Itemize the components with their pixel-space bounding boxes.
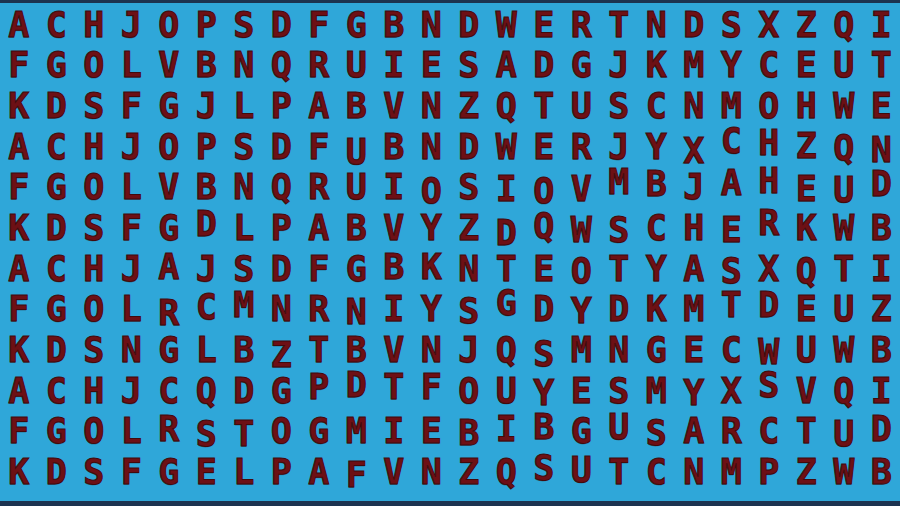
grid-cell[interactable]: A [300, 452, 338, 493]
grid-cell[interactable]: J [113, 371, 151, 412]
grid-cell[interactable]: G [150, 452, 188, 493]
grid-cell[interactable]: G [488, 284, 526, 325]
grid-cell[interactable]: N [225, 168, 263, 209]
grid-cell[interactable]: W [825, 86, 863, 127]
grid-cell[interactable]: C [38, 249, 76, 290]
grid-cell[interactable]: F [338, 455, 376, 496]
word-search-grid: ACHJOPSDFGBNDWERTNDSXZQIFGOLVBNQRUIESADG… [0, 0, 900, 506]
grid-cell[interactable]: F [113, 86, 151, 127]
grid-cell[interactable]: B [338, 86, 376, 127]
grid-cell[interactable]: S [75, 86, 113, 127]
grid-cell[interactable]: P [263, 452, 301, 493]
grid-cell[interactable]: T [525, 86, 563, 127]
grid-cell[interactable]: S [750, 365, 788, 406]
grid-cell[interactable]: F [300, 5, 338, 46]
grid-cell[interactable]: Y [638, 249, 676, 290]
grid-cell[interactable]: V [788, 371, 826, 412]
grid-cell[interactable]: M [675, 290, 713, 331]
grid-cell[interactable]: S [713, 5, 751, 46]
grid-cell[interactable]: G [150, 330, 188, 371]
grid-cell[interactable]: T [375, 367, 413, 408]
grid-cell[interactable]: U [600, 408, 638, 449]
grid-cell[interactable]: G [338, 249, 376, 290]
grid-cell[interactable]: N [338, 293, 376, 334]
grid-cell[interactable]: K [0, 86, 38, 127]
grid-cell[interactable]: V [375, 208, 413, 249]
grid-cell[interactable]: L [113, 46, 151, 87]
grid-cell[interactable]: V [375, 86, 413, 127]
grid-cell[interactable]: B [863, 330, 900, 371]
grid-cell[interactable]: M [675, 46, 713, 87]
grid-cell[interactable]: T [600, 452, 638, 493]
grid-cell[interactable]: S [225, 127, 263, 168]
grid-cell[interactable]: H [75, 127, 113, 168]
grid-cell[interactable]: F [0, 168, 38, 209]
grid-cell[interactable]: D [225, 371, 263, 412]
grid-cell[interactable]: Q [488, 452, 526, 493]
grid-cell[interactable]: D [263, 249, 301, 290]
grid-cell[interactable]: V [150, 168, 188, 209]
grid-cell[interactable]: V [375, 452, 413, 493]
grid-cell[interactable]: U [338, 132, 376, 173]
grid-cell[interactable]: H [75, 249, 113, 290]
grid-cell[interactable]: D [263, 5, 301, 46]
grid-cell[interactable]: E [413, 46, 451, 87]
grid-cell[interactable]: C [638, 86, 676, 127]
grid-cell[interactable]: D [450, 127, 488, 168]
grid-cell[interactable]: C [750, 412, 788, 453]
grid-cell[interactable]: P [188, 127, 226, 168]
grid-cell[interactable]: S [600, 210, 638, 251]
grid-cell[interactable]: D [38, 452, 76, 493]
grid-cell[interactable]: K [413, 247, 451, 288]
grid-cell[interactable]: R [563, 127, 601, 168]
grid-cell[interactable]: O [75, 412, 113, 453]
grid-cell[interactable]: F [413, 367, 451, 408]
grid-cell[interactable]: D [863, 410, 900, 451]
grid-cell[interactable]: Z [788, 452, 826, 493]
grid-cell[interactable]: J [675, 168, 713, 209]
grid-cell[interactable]: Z [788, 126, 826, 167]
grid-cell[interactable]: A [150, 247, 188, 288]
grid-cell[interactable]: N [600, 330, 638, 371]
grid-cell[interactable]: L [113, 290, 151, 331]
grid-cell[interactable]: G [38, 46, 76, 87]
grid-cell[interactable]: B [863, 452, 900, 493]
grid-cell[interactable]: E [713, 210, 751, 251]
grid-cell[interactable]: D [600, 290, 638, 331]
grid-cell[interactable]: I [488, 170, 526, 211]
grid-cell[interactable]: D [188, 204, 226, 245]
grid-cell[interactable]: B [375, 127, 413, 168]
grid-cell[interactable]: R [563, 5, 601, 46]
grid-cell[interactable]: T [825, 249, 863, 290]
grid-cell[interactable]: W [825, 330, 863, 371]
grid-cell[interactable]: S [188, 415, 226, 456]
grid-cell[interactable]: J [188, 86, 226, 127]
grid-cell[interactable]: O [75, 290, 113, 331]
grid-cell[interactable]: D [38, 208, 76, 249]
grid-cell[interactable]: I [375, 46, 413, 87]
grid-cell[interactable]: R [150, 294, 188, 335]
grid-cell[interactable]: U [563, 450, 601, 491]
grid-cell[interactable]: G [263, 371, 301, 412]
grid-cell[interactable]: C [638, 208, 676, 249]
grid-cell[interactable]: F [0, 46, 38, 87]
grid-cell[interactable]: S [225, 249, 263, 290]
grid-cell[interactable]: F [0, 412, 38, 453]
grid-cell[interactable]: E [788, 170, 826, 211]
grid-cell[interactable]: Q [488, 86, 526, 127]
grid-cell[interactable]: A [0, 249, 38, 290]
grid-cell[interactable]: P [300, 367, 338, 408]
grid-cell[interactable]: B [525, 408, 563, 449]
grid-cell[interactable]: K [0, 208, 38, 249]
grid-cell[interactable]: K [788, 208, 826, 249]
grid-cell[interactable]: Y [563, 292, 601, 333]
grid-cell[interactable]: W [825, 208, 863, 249]
grid-cell[interactable]: G [150, 208, 188, 249]
grid-cell[interactable]: D [38, 86, 76, 127]
grid-cell[interactable]: Q [825, 5, 863, 46]
grid-cell[interactable]: D [38, 330, 76, 371]
grid-cell[interactable]: E [525, 249, 563, 290]
grid-cell[interactable]: A [300, 208, 338, 249]
grid-cell[interactable]: T [788, 412, 826, 453]
grid-cell[interactable]: L [113, 168, 151, 209]
grid-cell[interactable]: B [188, 168, 226, 209]
grid-cell[interactable]: Y [675, 373, 713, 414]
grid-cell[interactable]: W [563, 210, 601, 251]
grid-cell[interactable]: U [825, 415, 863, 456]
grid-cell[interactable]: F [113, 208, 151, 249]
grid-cell[interactable]: J [600, 127, 638, 168]
grid-cell[interactable]: O [563, 251, 601, 292]
grid-cell[interactable]: G [38, 168, 76, 209]
grid-cell[interactable]: L [225, 452, 263, 493]
grid-cell[interactable]: W [488, 127, 526, 168]
grid-cell[interactable]: W [825, 452, 863, 493]
grid-cell[interactable]: R [300, 46, 338, 87]
grid-cell[interactable]: S [638, 414, 676, 455]
grid-cell[interactable]: J [113, 249, 151, 290]
grid-cell[interactable]: Y [638, 127, 676, 168]
grid-cell[interactable]: U [825, 46, 863, 87]
grid-cell[interactable]: G [338, 5, 376, 46]
grid-cell[interactable]: H [675, 208, 713, 249]
grid-cell[interactable]: Z [863, 290, 900, 331]
grid-cell[interactable]: X [675, 131, 713, 172]
grid-cell[interactable]: G [638, 330, 676, 371]
grid-cell[interactable]: Q [263, 168, 301, 209]
grid-cell[interactable]: E [675, 330, 713, 371]
grid-cell[interactable]: H [75, 5, 113, 46]
grid-cell[interactable]: S [450, 168, 488, 209]
grid-cell[interactable]: G [563, 46, 601, 87]
grid-cell[interactable]: U [338, 46, 376, 87]
grid-cell[interactable]: C [188, 288, 226, 329]
grid-cell[interactable]: U [788, 330, 826, 371]
grid-cell[interactable]: N [413, 330, 451, 371]
grid-cell[interactable]: U [338, 168, 376, 209]
grid-cell[interactable]: U [563, 86, 601, 127]
grid-cell[interactable]: S [600, 86, 638, 127]
grid-cell[interactable]: P [750, 452, 788, 493]
grid-cell[interactable]: Q [263, 46, 301, 87]
grid-cell[interactable]: L [225, 208, 263, 249]
grid-cell[interactable]: A [713, 164, 751, 205]
top-edge-strip [0, 0, 900, 3]
grid-cell[interactable]: B [375, 247, 413, 288]
grid-cell[interactable]: H [750, 123, 788, 164]
grid-cell[interactable]: L [188, 330, 226, 371]
grid-cell[interactable]: B [225, 330, 263, 371]
grid-cell[interactable]: A [0, 5, 38, 46]
grid-cell[interactable]: X [713, 371, 751, 412]
grid-cell[interactable]: S [75, 330, 113, 371]
grid-cell[interactable]: C [38, 371, 76, 412]
grid-cell[interactable]: G [563, 412, 601, 453]
grid-cell[interactable]: I [488, 410, 526, 451]
grid-cell[interactable]: B [338, 208, 376, 249]
grid-cell[interactable]: X [750, 5, 788, 46]
grid-cell[interactable]: T [863, 46, 900, 87]
grid-cell[interactable]: B [638, 165, 676, 206]
grid-cell[interactable]: I [863, 5, 900, 46]
grid-cell[interactable]: L [113, 412, 151, 453]
grid-cell[interactable]: A [300, 86, 338, 127]
grid-cell[interactable]: I [375, 290, 413, 331]
grid-cell[interactable]: E [525, 127, 563, 168]
grid-cell[interactable]: M [713, 452, 751, 493]
grid-cell[interactable]: H [788, 86, 826, 127]
grid-cell[interactable]: R [750, 203, 788, 244]
grid-cell[interactable]: A [488, 46, 526, 87]
grid-cell[interactable]: T [225, 415, 263, 456]
bottom-edge-strip [0, 501, 900, 506]
grid-cell[interactable]: N [675, 86, 713, 127]
grid-cell[interactable]: O [75, 46, 113, 87]
grid-cell[interactable]: E [525, 5, 563, 46]
grid-cell[interactable]: C [150, 371, 188, 412]
grid-cell[interactable]: I [375, 168, 413, 209]
grid-cell[interactable]: D [525, 290, 563, 331]
puzzle-image: ACHJOPSDFGBNDWERTNDSXZQIFGOLVBNQRUIESADG… [0, 0, 900, 506]
grid-cell[interactable]: V [375, 330, 413, 371]
grid-cell[interactable]: C [713, 121, 751, 162]
grid-cell[interactable]: A [675, 412, 713, 453]
grid-cell[interactable]: K [0, 330, 38, 371]
grid-cell[interactable]: S [600, 371, 638, 412]
grid-cell[interactable]: E [413, 412, 451, 453]
grid-cell[interactable]: A [0, 127, 38, 168]
grid-cell[interactable]: N [113, 330, 151, 371]
grid-cell[interactable]: M [225, 286, 263, 327]
grid-cell[interactable]: C [38, 127, 76, 168]
grid-cell[interactable]: C [638, 452, 676, 493]
grid-cell[interactable]: O [263, 412, 301, 453]
grid-cell[interactable]: B [863, 208, 900, 249]
grid-cell[interactable]: E [863, 86, 900, 127]
grid-cell[interactable]: A [0, 371, 38, 412]
grid-cell[interactable]: B [188, 46, 226, 87]
grid-cell[interactable]: O [450, 371, 488, 412]
grid-cell[interactable]: F [300, 127, 338, 168]
grid-cell[interactable]: Q [788, 251, 826, 292]
grid-cell[interactable]: M [338, 412, 376, 453]
grid-cell[interactable]: T [600, 5, 638, 46]
grid-cell[interactable]: Z [788, 5, 826, 46]
grid-cell[interactable]: O [150, 5, 188, 46]
grid-cell[interactable]: G [150, 86, 188, 127]
grid-cell[interactable]: R [300, 290, 338, 331]
grid-cell[interactable]: K [638, 46, 676, 87]
grid-cell[interactable]: N [675, 452, 713, 493]
grid-cell[interactable]: S [525, 334, 563, 375]
grid-cell[interactable]: Q [488, 330, 526, 371]
grid-cell[interactable]: V [150, 46, 188, 87]
grid-cell[interactable]: W [488, 5, 526, 46]
grid-cell[interactable]: O [75, 168, 113, 209]
grid-cell[interactable]: P [188, 5, 226, 46]
grid-cell[interactable]: F [300, 249, 338, 290]
grid-cell[interactable]: B [375, 5, 413, 46]
grid-cell[interactable]: F [113, 452, 151, 493]
grid-cell[interactable]: G [38, 290, 76, 331]
grid-cell[interactable]: K [0, 452, 38, 493]
grid-cell[interactable]: S [450, 46, 488, 87]
grid-cell[interactable]: Q [825, 371, 863, 412]
grid-cell[interactable]: O [750, 86, 788, 127]
grid-cell[interactable]: H [750, 162, 788, 203]
grid-cell[interactable]: Q [825, 128, 863, 169]
grid-cell[interactable]: U [825, 290, 863, 331]
grid-cell[interactable]: A [675, 249, 713, 290]
grid-cell[interactable]: N [413, 5, 451, 46]
grid-cell[interactable]: N [413, 127, 451, 168]
grid-cell[interactable]: I [863, 249, 900, 290]
grid-cell[interactable]: N [263, 290, 301, 331]
grid-cell[interactable]: E [788, 290, 826, 331]
grid-cell[interactable]: U [825, 171, 863, 212]
grid-cell[interactable]: X [750, 249, 788, 290]
grid-cell[interactable]: E [563, 371, 601, 412]
grid-cell[interactable]: K [638, 290, 676, 331]
grid-cell[interactable]: D [263, 127, 301, 168]
grid-cell[interactable]: C [713, 330, 751, 371]
grid-cell[interactable]: S [450, 292, 488, 333]
grid-cell[interactable]: T [600, 249, 638, 290]
grid-cell[interactable]: D [338, 365, 376, 406]
grid-cell[interactable]: D [488, 213, 526, 254]
grid-cell[interactable]: N [225, 46, 263, 87]
grid-cell[interactable]: N [450, 249, 488, 290]
grid-cell[interactable]: S [525, 448, 563, 489]
grid-cell[interactable]: Y [713, 46, 751, 87]
grid-cell[interactable]: M [563, 330, 601, 371]
grid-cell[interactable]: Z [450, 208, 488, 249]
grid-cell[interactable]: Y [413, 290, 451, 331]
grid-cell[interactable]: Y [413, 208, 451, 249]
grid-cell[interactable]: O [150, 127, 188, 168]
grid-cell[interactable]: N [413, 86, 451, 127]
grid-cell[interactable]: D [525, 46, 563, 87]
grid-cell[interactable]: Z [450, 452, 488, 493]
grid-cell[interactable]: O [413, 172, 451, 213]
grid-cell[interactable]: V [563, 170, 601, 211]
grid-cell[interactable]: Z [263, 335, 301, 376]
grid-cell[interactable]: J [113, 5, 151, 46]
grid-cell[interactable]: C [750, 46, 788, 87]
grid-cell[interactable]: J [450, 330, 488, 371]
grid-cell[interactable]: Q [188, 371, 226, 412]
grid-cell[interactable]: N [413, 452, 451, 493]
grid-cell[interactable]: L [225, 86, 263, 127]
grid-cell[interactable]: S [75, 452, 113, 493]
grid-cell[interactable]: P [263, 208, 301, 249]
grid-cell[interactable]: M [638, 371, 676, 412]
grid-cell[interactable]: J [188, 249, 226, 290]
grid-cell[interactable]: Q [525, 206, 563, 247]
grid-cell[interactable]: T [713, 286, 751, 327]
grid-cell[interactable]: D [450, 5, 488, 46]
grid-cell[interactable]: D [675, 5, 713, 46]
grid-cell[interactable]: I [863, 371, 900, 412]
grid-cell[interactable]: R [150, 410, 188, 451]
grid-cell[interactable]: F [0, 290, 38, 331]
grid-cell[interactable]: E [788, 46, 826, 87]
grid-cell[interactable]: M [600, 163, 638, 204]
grid-cell[interactable]: H [75, 371, 113, 412]
grid-cell[interactable]: R [713, 412, 751, 453]
grid-cell[interactable]: T [300, 330, 338, 371]
grid-cell[interactable]: D [750, 286, 788, 327]
grid-cell[interactable]: B [450, 414, 488, 455]
grid-cell[interactable]: I [375, 412, 413, 453]
grid-cell[interactable]: Z [450, 86, 488, 127]
grid-cell[interactable]: S [75, 208, 113, 249]
grid-cell[interactable]: R [300, 168, 338, 209]
grid-cell[interactable]: D [863, 165, 900, 206]
grid-cell[interactable]: J [600, 46, 638, 87]
grid-cell[interactable]: C [38, 5, 76, 46]
grid-cell[interactable]: J [113, 127, 151, 168]
grid-cell[interactable]: G [300, 412, 338, 453]
grid-cell[interactable]: P [263, 86, 301, 127]
grid-cell[interactable]: U [488, 371, 526, 412]
grid-cell[interactable]: S [225, 5, 263, 46]
grid-cell[interactable]: E [188, 452, 226, 493]
grid-cell[interactable]: G [38, 412, 76, 453]
grid-cell[interactable]: N [638, 5, 676, 46]
